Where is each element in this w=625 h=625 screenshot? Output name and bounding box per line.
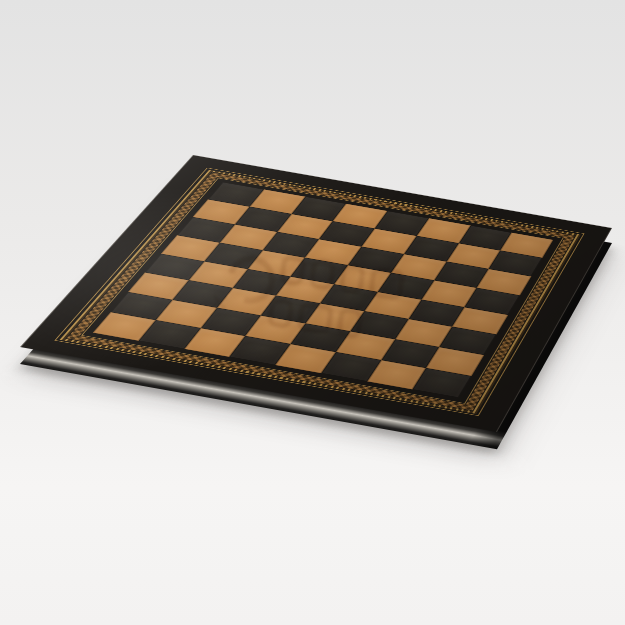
board-grid	[93, 182, 553, 398]
photo-background: ✕	[0, 0, 625, 625]
